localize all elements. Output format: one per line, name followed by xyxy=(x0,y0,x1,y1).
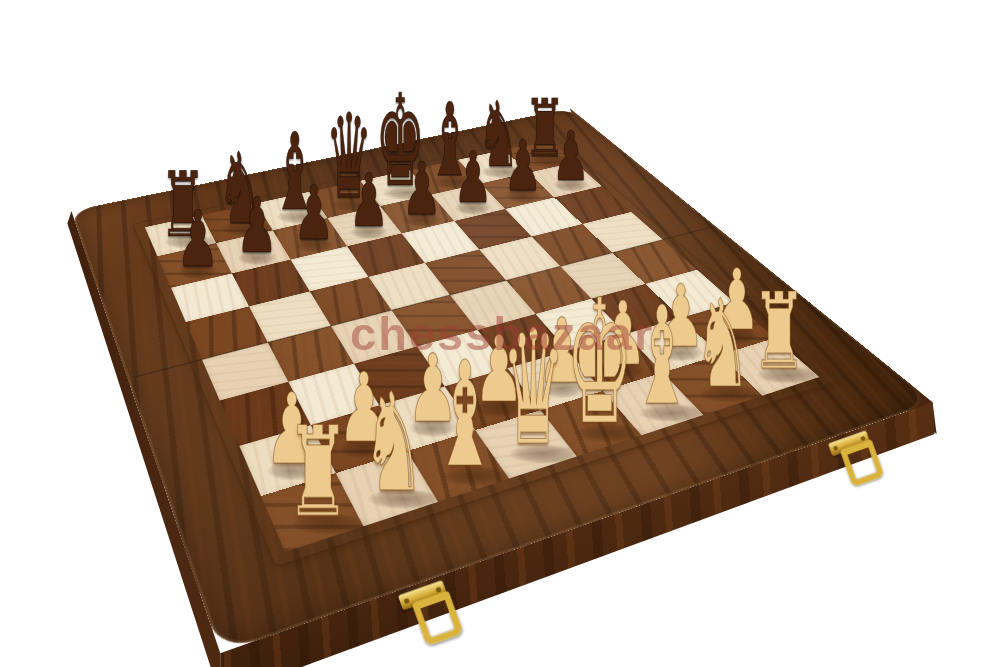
black-pawn-glyph: ♟ xyxy=(176,204,219,275)
photo-scene: chessbazaar ♜♞♝♛♚♝♞♜♟♟♟♟♟♟♟♟♟♟♟♟♟♟♟♟♜♞♝♛… xyxy=(0,0,1000,667)
white-rook-glyph: ♜ xyxy=(285,415,350,529)
piece-white-rook-a1[interactable]: ♜ xyxy=(246,304,388,524)
piece-black-pawn-a7[interactable]: ♟ xyxy=(144,107,251,272)
